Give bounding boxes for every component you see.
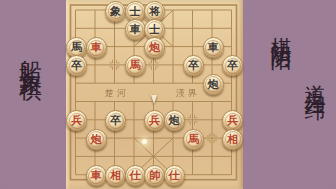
piece-red-chariot[interactable]: 車 [86,165,107,186]
piece-black-chariot[interactable]: 車 [203,37,224,58]
river-label-chu: 楚河 [105,87,129,100]
right-caption-1: 棋法阴阳 [270,20,291,40]
river-label-han: 漢界 [176,87,200,100]
xiangqi-board: 楚河 漢界 象士将車士馬車炮車卒馬卒卒炮兵卒兵炮兵炮馬相車相仕帥仕 [66,0,243,189]
piece-black-chariot[interactable]: 車 [125,19,146,40]
piece-black-cannon[interactable]: 炮 [164,110,185,131]
piece-red-horse[interactable]: 馬 [125,55,146,76]
piece-red-horse[interactable]: 馬 [183,129,204,150]
piece-red-cannon[interactable]: 炮 [144,37,165,58]
piece-red-advisor[interactable]: 仕 [164,165,185,186]
piece-red-cannon[interactable]: 炮 [86,129,107,150]
piece-red-advisor[interactable]: 仕 [125,165,146,186]
right-caption-2: 道为经纬 [304,68,325,88]
piece-red-chariot[interactable]: 車 [86,37,107,58]
piece-red-elephant[interactable]: 相 [222,129,243,150]
piece-black-cannon[interactable]: 炮 [203,74,224,95]
pointer-icon [151,95,157,104]
scene: 船长象棋 楚河 漢界 象士将車士馬車炮車卒馬卒卒炮兵卒兵炮兵炮馬相車相仕帥仕 棋… [0,0,336,189]
move-indicator-dot [142,139,147,144]
left-title: 船长象棋 [19,42,42,66]
piece-black-elephant[interactable]: 象 [105,1,126,22]
